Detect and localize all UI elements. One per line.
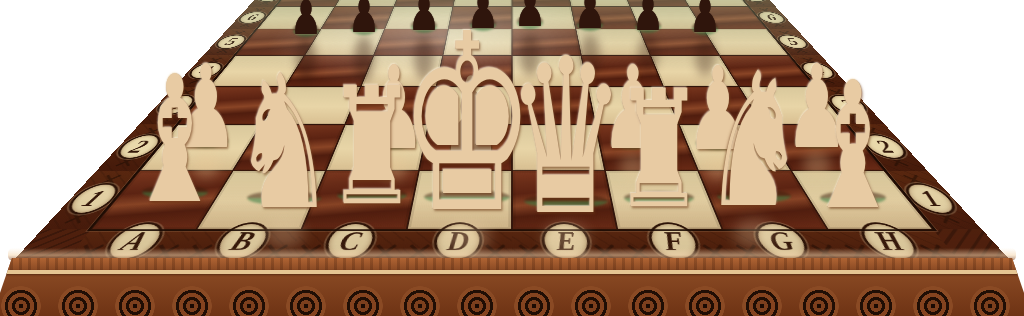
carved-circle-ornaments [0, 274, 1024, 316]
rank-number: 7 [745, 0, 761, 1]
rank-number: 1 [75, 185, 113, 212]
rank-number: 7 [263, 0, 279, 1]
chess-set-photo: ABCDEFGH8877665544332211ABCDEFGH ♝♞♜♚♛♜♞… [0, 0, 1024, 316]
black-pawn-g7: ♟ [632, 0, 664, 39]
white-queen-e1: ♛ [506, 30, 626, 245]
white-rook-f1: ♜ [614, 69, 704, 231]
rank-number: 6 [763, 12, 781, 22]
rank-number: 6 [244, 12, 262, 22]
rank-number: 1 [912, 185, 950, 212]
black-pawn-b7: ♟ [348, 0, 380, 41]
white-bishop-h1: ♝ [804, 59, 901, 234]
white-bishop-a1: ♝ [126, 53, 223, 228]
white-knight-g1: ♞ [703, 49, 806, 234]
white-knight-b1: ♞ [233, 51, 336, 236]
